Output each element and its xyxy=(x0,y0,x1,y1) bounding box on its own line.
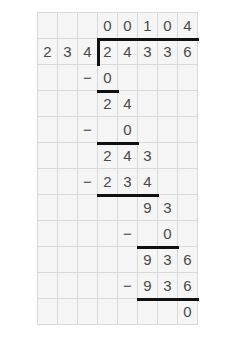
cell-r2c7: 3 xyxy=(158,39,178,65)
cell-r10c4 xyxy=(98,247,118,273)
cell-r8c2 xyxy=(58,195,78,221)
subtraction-rule-step-5 xyxy=(137,298,199,301)
cell-r11c8: 6 xyxy=(178,273,198,299)
cell-r6c7 xyxy=(158,143,178,169)
cell-r5c2 xyxy=(58,117,78,143)
cell-r1c4: 0 xyxy=(98,13,118,39)
cell-r3c4: 0 xyxy=(98,65,118,91)
cell-r12c1 xyxy=(38,299,58,325)
cell-r1c5: 0 xyxy=(118,13,138,39)
cell-r9c4 xyxy=(98,221,118,247)
cell-r12c2 xyxy=(58,299,78,325)
cell-r10c1 xyxy=(38,247,58,273)
cell-r12c8: 0 xyxy=(178,299,198,325)
cell-r5c8 xyxy=(178,117,198,143)
subtraction-rule-step-1 xyxy=(97,90,119,93)
cell-r2c3: 4 xyxy=(78,39,98,65)
cell-r4c4: 2 xyxy=(98,91,118,117)
cell-r6c4: 2 xyxy=(98,143,118,169)
subtraction-rule-step-4 xyxy=(137,246,179,249)
cell-r6c5: 4 xyxy=(118,143,138,169)
cell-r10c5 xyxy=(118,247,138,273)
division-grid: 0010423424336−024−0243−23493−0936−9360 xyxy=(37,12,198,325)
cell-r9c8 xyxy=(178,221,198,247)
cell-r1c7: 0 xyxy=(158,13,178,39)
cell-r11c7: 3 xyxy=(158,273,178,299)
cell-r7c1 xyxy=(38,169,58,195)
cell-r6c3 xyxy=(78,143,98,169)
cell-r1c3 xyxy=(78,13,98,39)
cell-r1c2 xyxy=(58,13,78,39)
cell-r5c1 xyxy=(38,117,58,143)
cell-r8c3 xyxy=(78,195,98,221)
cell-r1c1 xyxy=(38,13,58,39)
cell-r12c6 xyxy=(138,299,158,325)
cell-r12c7 xyxy=(158,299,178,325)
cell-r11c6: 9 xyxy=(138,273,158,299)
cell-r11c3 xyxy=(78,273,98,299)
cell-r5c7 xyxy=(158,117,178,143)
cell-r9c1 xyxy=(38,221,58,247)
cell-r8c1 xyxy=(38,195,58,221)
cell-r4c7 xyxy=(158,91,178,117)
cell-r4c8 xyxy=(178,91,198,117)
cell-r7c4: 2 xyxy=(98,169,118,195)
cell-r3c3: − xyxy=(78,65,98,91)
cell-r7c2 xyxy=(58,169,78,195)
cell-r3c6 xyxy=(138,65,158,91)
cell-r4c2 xyxy=(58,91,78,117)
cell-r2c8: 6 xyxy=(178,39,198,65)
cell-r11c5: − xyxy=(118,273,138,299)
division-bracket-horizontal xyxy=(97,38,199,41)
cell-r5c3: − xyxy=(78,117,98,143)
subtraction-rule-step-2 xyxy=(97,142,139,145)
cell-r5c4 xyxy=(98,117,118,143)
cell-r10c3 xyxy=(78,247,98,273)
subtraction-rule-step-3 xyxy=(97,194,159,197)
long-division-worksheet: 0010423424336−024−0243−23493−0936−9360 xyxy=(0,0,235,340)
cell-r12c3 xyxy=(78,299,98,325)
cell-r2c2: 3 xyxy=(58,39,78,65)
cell-r2c1: 2 xyxy=(38,39,58,65)
cell-r9c2 xyxy=(58,221,78,247)
cell-r3c1 xyxy=(38,65,58,91)
cell-r6c6: 3 xyxy=(138,143,158,169)
cell-r9c5: − xyxy=(118,221,138,247)
cell-r11c2 xyxy=(58,273,78,299)
cell-r2c6: 3 xyxy=(138,39,158,65)
cell-r7c8 xyxy=(178,169,198,195)
cell-r8c8 xyxy=(178,195,198,221)
cell-r5c6 xyxy=(138,117,158,143)
cell-r7c5: 3 xyxy=(118,169,138,195)
cell-r4c1 xyxy=(38,91,58,117)
cell-r7c7 xyxy=(158,169,178,195)
cell-r12c4 xyxy=(98,299,118,325)
cell-r10c6: 9 xyxy=(138,247,158,273)
cell-r4c3 xyxy=(78,91,98,117)
cell-r3c5 xyxy=(118,65,138,91)
cell-r11c4 xyxy=(98,273,118,299)
cell-r6c2 xyxy=(58,143,78,169)
cell-r7c3: − xyxy=(78,169,98,195)
cell-r2c4: 2 xyxy=(98,39,118,65)
cell-r10c2 xyxy=(58,247,78,273)
cell-r12c5 xyxy=(118,299,138,325)
cell-r6c1 xyxy=(38,143,58,169)
cell-r8c5 xyxy=(118,195,138,221)
cell-r1c6: 1 xyxy=(138,13,158,39)
cell-r9c7: 0 xyxy=(158,221,178,247)
cell-r8c7: 3 xyxy=(158,195,178,221)
cell-r8c6: 9 xyxy=(138,195,158,221)
cell-r1c8: 4 xyxy=(178,13,198,39)
cell-r4c5: 4 xyxy=(118,91,138,117)
cell-r4c6 xyxy=(138,91,158,117)
cell-r8c4 xyxy=(98,195,118,221)
cell-r10c8: 6 xyxy=(178,247,198,273)
cell-r3c8 xyxy=(178,65,198,91)
cell-r2c5: 4 xyxy=(118,39,138,65)
cell-r6c8 xyxy=(178,143,198,169)
cell-r3c2 xyxy=(58,65,78,91)
cell-r9c3 xyxy=(78,221,98,247)
division-bracket-vertical xyxy=(97,38,100,67)
cell-r5c5: 0 xyxy=(118,117,138,143)
cell-r11c1 xyxy=(38,273,58,299)
cell-r7c6: 4 xyxy=(138,169,158,195)
cell-r9c6 xyxy=(138,221,158,247)
cell-r3c7 xyxy=(158,65,178,91)
cell-r10c7: 3 xyxy=(158,247,178,273)
